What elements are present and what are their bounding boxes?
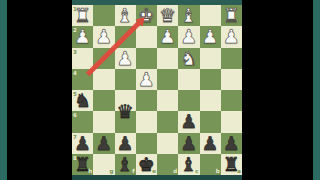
square-h5[interactable]: 5♞ — [72, 90, 93, 111]
black-pawn: ♟ — [178, 133, 199, 154]
square-h8[interactable]: 8h♜ — [72, 154, 93, 175]
square-c1[interactable]: ♝ — [178, 5, 199, 26]
rank-label-3: 3 — [73, 49, 77, 55]
square-e4[interactable]: ♟ — [136, 69, 157, 90]
black-bishop: ♝ — [178, 154, 199, 175]
black-pawn: ♟ — [72, 133, 93, 154]
square-f6[interactable]: ♛ — [115, 111, 136, 132]
chess-board[interactable]: 1♜♝♚♛♝♜2♟♟♟♟♟♟3♟♞4♟5♞6♛♟7♟♟♟♟♟♟8h♜gf♝e♚d… — [72, 5, 242, 175]
square-a4[interactable] — [221, 69, 242, 90]
file-label-c: c — [195, 168, 198, 174]
square-d4[interactable] — [157, 69, 178, 90]
file-label-e: e — [152, 168, 156, 174]
square-h1[interactable]: 1♜ — [72, 5, 93, 26]
square-g6[interactable] — [93, 111, 114, 132]
square-g7[interactable]: ♟ — [93, 133, 114, 154]
square-d2[interactable]: ♟ — [157, 26, 178, 47]
square-c8[interactable]: c♝ — [178, 154, 199, 175]
square-c7[interactable]: ♟ — [178, 133, 199, 154]
white-queen: ♛ — [157, 5, 178, 26]
white-pawn: ♟ — [136, 69, 157, 90]
white-king: ♚ — [136, 5, 157, 26]
square-f5[interactable] — [115, 90, 136, 111]
square-c2[interactable]: ♟ — [178, 26, 199, 47]
file-label-h: h — [88, 168, 92, 174]
square-c5[interactable] — [178, 90, 199, 111]
white-pawn: ♟ — [115, 48, 136, 69]
square-d5[interactable] — [157, 90, 178, 111]
black-king: ♚ — [136, 154, 157, 175]
video-frame: 1♜♝♚♛♝♜2♟♟♟♟♟♟3♟♞4♟5♞6♛♟7♟♟♟♟♟♟8h♜gf♝e♚d… — [0, 0, 320, 180]
white-bishop: ♝ — [115, 5, 136, 26]
square-d6[interactable] — [157, 111, 178, 132]
square-b8[interactable]: b — [200, 154, 221, 175]
square-f3[interactable]: ♟ — [115, 48, 136, 69]
left-teal-strip — [0, 0, 7, 180]
square-e8[interactable]: e♚ — [136, 154, 157, 175]
white-pawn: ♟ — [200, 26, 221, 47]
square-b6[interactable] — [200, 111, 221, 132]
black-knight: ♞ — [72, 90, 93, 111]
square-g3[interactable] — [93, 48, 114, 69]
square-b2[interactable]: ♟ — [200, 26, 221, 47]
square-f8[interactable]: f♝ — [115, 154, 136, 175]
rank-label-4: 4 — [73, 70, 77, 76]
white-pawn: ♟ — [178, 26, 199, 47]
rank-label-6: 6 — [73, 112, 77, 118]
square-a2[interactable]: ♟ — [221, 26, 242, 47]
white-rook: ♜ — [221, 5, 242, 26]
square-c3[interactable]: ♞ — [178, 48, 199, 69]
square-a7[interactable]: ♟ — [221, 133, 242, 154]
square-b4[interactable] — [200, 69, 221, 90]
rank-label-5: 5 — [73, 91, 77, 97]
white-pawn: ♟ — [221, 26, 242, 47]
square-f4[interactable] — [115, 69, 136, 90]
black-pawn: ♟ — [221, 133, 242, 154]
square-e2[interactable] — [136, 26, 157, 47]
square-d3[interactable] — [157, 48, 178, 69]
square-h2[interactable]: 2♟ — [72, 26, 93, 47]
square-f7[interactable]: ♟ — [115, 133, 136, 154]
bottom-background-band — [72, 175, 242, 180]
square-a1[interactable]: ♜ — [221, 5, 242, 26]
black-pawn: ♟ — [200, 133, 221, 154]
file-label-b: b — [216, 168, 220, 174]
file-label-f: f — [132, 168, 134, 174]
file-label-d: d — [173, 168, 177, 174]
square-e1[interactable]: ♚ — [136, 5, 157, 26]
black-pawn: ♟ — [115, 133, 136, 154]
square-e5[interactable] — [136, 90, 157, 111]
file-label-a: a — [237, 168, 241, 174]
file-label-g: g — [110, 168, 114, 174]
square-d1[interactable]: ♛ — [157, 5, 178, 26]
black-pawn: ♟ — [178, 111, 199, 132]
black-rook: ♜ — [221, 154, 242, 175]
white-rook: ♜ — [72, 5, 93, 26]
square-f1[interactable]: ♝ — [115, 5, 136, 26]
rank-label-2: 2 — [73, 27, 77, 33]
square-h7[interactable]: 7♟ — [72, 133, 93, 154]
white-pawn: ♟ — [93, 26, 114, 47]
white-bishop: ♝ — [178, 5, 199, 26]
square-h6[interactable]: 6 — [72, 111, 93, 132]
square-b3[interactable] — [200, 48, 221, 69]
square-g5[interactable] — [93, 90, 114, 111]
square-a3[interactable] — [221, 48, 242, 69]
square-g2[interactable]: ♟ — [93, 26, 114, 47]
right-teal-strip — [313, 0, 320, 180]
board-column: 1♜♝♚♛♝♜2♟♟♟♟♟♟3♟♞4♟5♞6♛♟7♟♟♟♟♟♟8h♜gf♝e♚d… — [72, 0, 242, 180]
square-d8[interactable]: d — [157, 154, 178, 175]
square-f2[interactable] — [115, 26, 136, 47]
square-e6[interactable] — [136, 111, 157, 132]
square-h4[interactable]: 4 — [72, 69, 93, 90]
square-b5[interactable] — [200, 90, 221, 111]
black-bishop: ♝ — [115, 154, 136, 175]
black-pawn: ♟ — [93, 133, 114, 154]
black-rook: ♜ — [72, 154, 93, 175]
square-e7[interactable] — [136, 133, 157, 154]
rank-label-8: 8 — [73, 155, 77, 161]
square-b7[interactable]: ♟ — [200, 133, 221, 154]
square-c6[interactable]: ♟ — [178, 111, 199, 132]
square-d7[interactable] — [157, 133, 178, 154]
square-h3[interactable]: 3 — [72, 48, 93, 69]
rank-label-1: 1 — [73, 6, 77, 12]
square-g1[interactable] — [93, 5, 114, 26]
square-a5[interactable] — [221, 90, 242, 111]
white-pawn: ♟ — [157, 26, 178, 47]
square-c4[interactable] — [178, 69, 199, 90]
square-e3[interactable] — [136, 48, 157, 69]
square-b1[interactable] — [200, 5, 221, 26]
white-pawn: ♟ — [72, 26, 93, 47]
square-g4[interactable] — [93, 69, 114, 90]
rank-label-7: 7 — [73, 134, 77, 140]
square-a8[interactable]: a♜ — [221, 154, 242, 175]
square-a6[interactable] — [221, 111, 242, 132]
square-g8[interactable]: g — [93, 154, 114, 175]
white-knight: ♞ — [178, 48, 199, 69]
